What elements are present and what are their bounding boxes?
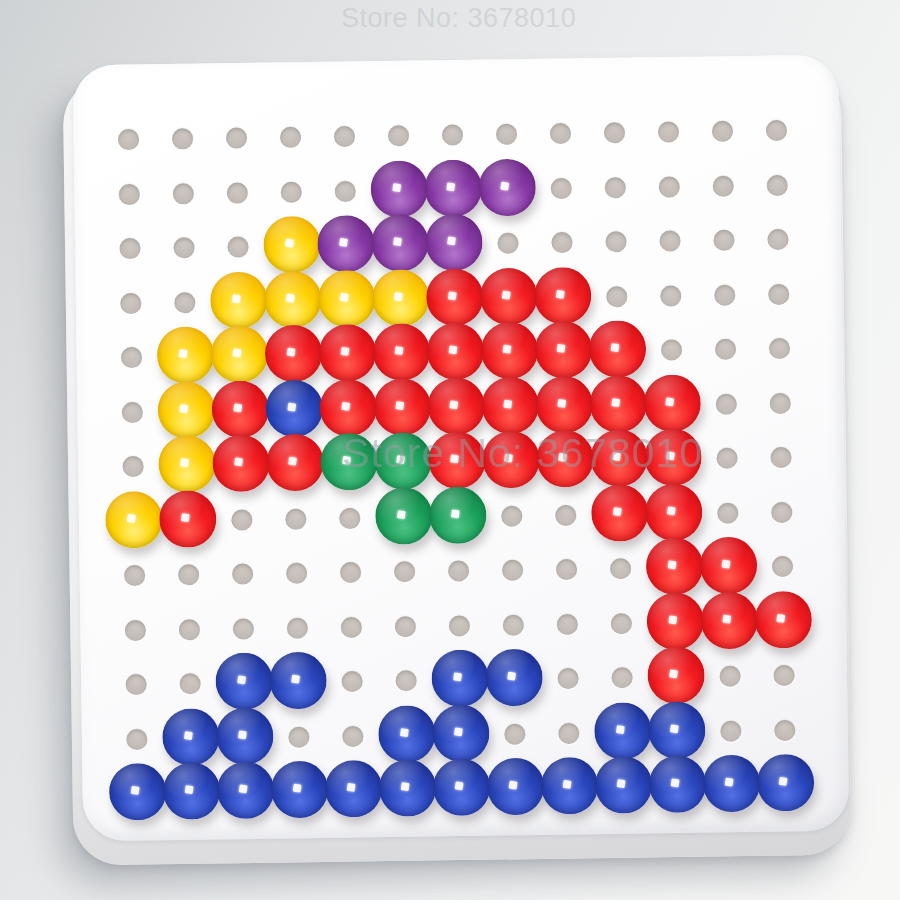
empty-hole xyxy=(551,178,572,199)
red-peg xyxy=(700,591,758,649)
board-cell xyxy=(486,597,541,652)
empty-hole xyxy=(719,666,740,687)
board-cell xyxy=(161,547,216,602)
yellow-peg xyxy=(157,326,215,384)
empty-hole xyxy=(395,670,416,691)
board-cell xyxy=(160,438,215,493)
red-peg xyxy=(535,376,593,434)
board-cell xyxy=(426,162,481,217)
board-cell xyxy=(104,330,159,385)
red-peg xyxy=(319,324,377,382)
board-cell xyxy=(594,596,649,651)
blue-peg xyxy=(378,705,436,763)
board-cell xyxy=(695,104,750,159)
red-peg xyxy=(754,591,812,649)
empty-hole xyxy=(770,447,791,468)
board-cell xyxy=(754,430,809,485)
board-cell xyxy=(432,598,487,653)
empty-hole xyxy=(281,181,302,202)
empty-hole xyxy=(233,618,254,639)
red-peg xyxy=(645,483,703,541)
red-peg xyxy=(319,379,377,437)
blue-peg xyxy=(432,704,490,762)
board-cell xyxy=(703,703,758,758)
empty-hole xyxy=(227,237,248,258)
empty-hole xyxy=(335,181,356,202)
board-cell xyxy=(216,601,271,656)
board-cell xyxy=(218,765,273,820)
empty-hole xyxy=(388,125,409,146)
empty-hole xyxy=(558,723,579,744)
photo-background: Store No: 3678010 Store No: 3678010 xyxy=(0,0,900,900)
red-peg xyxy=(589,320,647,378)
board-cell xyxy=(756,594,811,649)
board-cell xyxy=(641,105,696,160)
board-cell xyxy=(107,548,162,603)
board-cell xyxy=(642,159,697,214)
empty-hole xyxy=(556,559,577,580)
empty-hole xyxy=(771,502,792,523)
red-peg xyxy=(266,434,324,492)
empty-hole xyxy=(716,448,737,469)
board-cell xyxy=(650,759,705,814)
board-cell xyxy=(698,322,753,377)
blue-peg xyxy=(109,763,167,821)
empty-hole xyxy=(342,726,363,747)
board-cell xyxy=(107,494,162,549)
board-cell xyxy=(110,712,165,767)
board-cell xyxy=(751,267,806,322)
board-cell xyxy=(539,542,594,597)
red-peg xyxy=(211,380,269,438)
board-cell xyxy=(431,544,486,599)
board-cell xyxy=(265,273,320,328)
blue-peg xyxy=(487,758,545,816)
board-cell xyxy=(270,600,325,655)
board-cell xyxy=(592,487,647,542)
board-cell xyxy=(268,491,323,546)
red-peg xyxy=(646,592,704,650)
purple-peg xyxy=(371,214,429,272)
blue-peg xyxy=(541,757,599,815)
board-cell xyxy=(317,109,372,164)
blue-peg xyxy=(271,761,329,819)
board-cell xyxy=(701,540,756,595)
empty-hole xyxy=(340,562,361,583)
board-cell xyxy=(164,711,219,766)
board-cell xyxy=(162,602,217,657)
yellow-peg xyxy=(105,491,163,549)
red-peg xyxy=(535,321,593,379)
empty-hole xyxy=(555,505,576,526)
board-cell xyxy=(160,493,215,548)
empty-hole xyxy=(286,563,307,584)
board-cell xyxy=(326,763,381,818)
board-cell xyxy=(488,761,543,816)
board-cell xyxy=(533,106,588,161)
empty-hole xyxy=(720,720,741,741)
board-cell xyxy=(215,547,270,602)
board-cell xyxy=(535,270,590,325)
board-cell xyxy=(429,380,484,435)
empty-hole xyxy=(660,285,681,306)
board-cell xyxy=(323,545,378,600)
empty-hole xyxy=(448,561,469,582)
board-cell xyxy=(646,486,701,541)
empty-hole xyxy=(119,184,140,205)
board-cell xyxy=(593,541,648,596)
board-cell xyxy=(371,108,426,163)
board-cell xyxy=(106,439,161,494)
red-peg xyxy=(481,322,539,380)
yellow-peg xyxy=(210,271,268,329)
board-cell xyxy=(158,329,213,384)
board-cell xyxy=(212,329,267,384)
purple-peg xyxy=(424,159,482,217)
board-cell xyxy=(644,323,699,378)
board-cell xyxy=(378,599,433,654)
blue-peg xyxy=(325,760,383,818)
board-cell xyxy=(103,221,158,276)
yellow-peg xyxy=(263,216,321,274)
yellow-peg xyxy=(211,326,269,384)
empty-hole xyxy=(180,673,201,694)
board-cell xyxy=(535,215,590,270)
board-cell xyxy=(588,160,643,215)
board-cell xyxy=(487,652,542,707)
board-cell xyxy=(103,276,158,331)
board-cell xyxy=(268,437,323,492)
empty-hole xyxy=(551,232,572,253)
board-cell xyxy=(163,656,218,711)
board-cell xyxy=(375,381,430,436)
red-peg xyxy=(480,267,538,325)
empty-hole xyxy=(125,620,146,641)
board-cell xyxy=(648,595,703,650)
board-cell xyxy=(702,594,757,649)
empty-hole xyxy=(496,124,517,145)
board-cell xyxy=(482,325,537,380)
board-cell xyxy=(697,267,752,322)
board-cell xyxy=(373,272,428,327)
board-cell xyxy=(159,384,214,439)
red-peg xyxy=(427,377,485,435)
board-cell xyxy=(214,492,269,547)
empty-hole xyxy=(122,402,143,423)
board-cell xyxy=(218,710,273,765)
board-cell xyxy=(430,489,485,544)
board-cell xyxy=(484,488,539,543)
board-cell xyxy=(645,377,700,432)
board-cell xyxy=(751,212,806,267)
green-peg xyxy=(429,486,487,544)
empty-hole xyxy=(280,127,301,148)
empty-hole xyxy=(226,128,247,149)
blue-peg xyxy=(703,755,761,813)
board-cell xyxy=(752,321,807,376)
empty-hole xyxy=(715,339,736,360)
empty-hole xyxy=(605,231,626,252)
empty-hole xyxy=(449,615,470,636)
empty-hole xyxy=(502,560,523,581)
board-cell xyxy=(374,326,429,381)
empty-hole xyxy=(395,616,416,637)
empty-hole xyxy=(287,617,308,638)
board-cell xyxy=(595,650,650,705)
blue-peg xyxy=(431,650,489,708)
green-peg xyxy=(375,487,433,545)
board-cell xyxy=(267,382,322,437)
board-cell xyxy=(481,270,536,325)
yellow-peg xyxy=(264,270,322,328)
board-cell xyxy=(700,485,755,540)
board-cell xyxy=(428,326,483,381)
empty-hole xyxy=(120,293,141,314)
red-peg xyxy=(589,375,647,433)
board-cell xyxy=(643,214,698,269)
board-cell xyxy=(427,217,482,272)
empty-hole xyxy=(126,674,147,695)
empty-hole xyxy=(557,668,578,689)
empty-hole xyxy=(339,508,360,529)
board-cell xyxy=(757,648,812,703)
empty-hole xyxy=(773,665,794,686)
yellow-peg xyxy=(158,435,216,493)
board-cell xyxy=(266,328,321,383)
board-cell xyxy=(272,764,327,819)
empty-hole xyxy=(118,129,139,150)
empty-hole xyxy=(550,123,571,144)
board-cell xyxy=(318,164,373,219)
empty-hole xyxy=(122,456,143,477)
board-cell xyxy=(210,165,265,220)
red-peg xyxy=(373,323,431,381)
board-cell xyxy=(753,376,808,431)
board-cell xyxy=(536,324,591,379)
blue-peg xyxy=(217,762,275,820)
blue-peg xyxy=(215,653,273,711)
red-peg xyxy=(426,268,484,326)
board-cell xyxy=(750,158,805,213)
board-cell xyxy=(537,379,592,434)
blue-peg xyxy=(162,708,220,766)
empty-hole xyxy=(174,292,195,313)
yellow-peg xyxy=(157,381,215,439)
empty-hole xyxy=(179,619,200,640)
board-cell xyxy=(214,438,269,493)
blue-peg xyxy=(269,652,327,710)
board-cell xyxy=(538,488,593,543)
board-cell xyxy=(217,656,272,711)
watermark-center: Store No: 3678010 xyxy=(342,430,703,477)
board-cell xyxy=(541,651,596,706)
empty-hole xyxy=(227,182,248,203)
board-cell xyxy=(156,166,211,221)
board-cell xyxy=(326,709,381,764)
empty-hole xyxy=(121,347,142,368)
board-cell xyxy=(587,105,642,160)
board-cell xyxy=(649,650,704,705)
purple-peg xyxy=(425,214,483,272)
board-cell xyxy=(481,216,536,271)
blue-peg xyxy=(433,759,491,817)
red-peg xyxy=(643,374,701,432)
empty-hole xyxy=(394,561,415,582)
empty-hole xyxy=(173,183,194,204)
empty-hole xyxy=(713,175,734,196)
empty-hole xyxy=(232,564,253,585)
board-cell xyxy=(155,111,210,166)
board-cell xyxy=(589,214,644,269)
board-cell xyxy=(265,219,320,274)
empty-hole xyxy=(172,128,193,149)
red-peg xyxy=(700,537,758,595)
blue-peg xyxy=(163,762,221,820)
board-cell xyxy=(485,543,540,598)
board-cell xyxy=(324,600,379,655)
empty-hole xyxy=(611,613,632,634)
empty-hole xyxy=(767,175,788,196)
board-cell xyxy=(377,544,432,599)
empty-hole xyxy=(606,286,627,307)
board-cell xyxy=(110,766,165,821)
board-cell xyxy=(321,382,376,437)
blue-peg xyxy=(757,754,815,812)
board-cell xyxy=(425,108,480,163)
board-cell xyxy=(325,654,380,709)
board-cell xyxy=(480,161,535,216)
blue-peg xyxy=(485,649,543,707)
board-cell xyxy=(164,765,219,820)
board-cell xyxy=(758,757,813,812)
board-cell xyxy=(649,704,704,759)
yellow-peg xyxy=(318,270,376,328)
board-cell xyxy=(754,485,809,540)
board-cell xyxy=(211,274,266,329)
board-cell xyxy=(319,218,374,273)
empty-hole xyxy=(503,614,524,635)
board-cell xyxy=(434,762,489,817)
board-cell xyxy=(434,707,489,762)
board-cell xyxy=(699,376,754,431)
empty-hole xyxy=(772,556,793,577)
board-cell xyxy=(643,268,698,323)
blue-peg xyxy=(648,701,706,759)
board-cell xyxy=(101,112,156,167)
blue-peg xyxy=(594,702,652,760)
empty-hole xyxy=(712,121,733,142)
purple-peg xyxy=(317,215,375,273)
empty-hole xyxy=(605,177,626,198)
red-peg xyxy=(591,484,649,542)
board-cell xyxy=(540,597,595,652)
board-cell xyxy=(209,111,264,166)
empty-hole xyxy=(126,729,147,750)
board-cell xyxy=(213,383,268,438)
watermark-top: Store No: 3678010 xyxy=(341,3,576,34)
board-cell xyxy=(757,703,812,758)
board-cell xyxy=(596,759,651,814)
red-peg xyxy=(212,435,270,493)
empty-hole xyxy=(231,509,252,530)
board-cell xyxy=(319,273,374,328)
empty-hole xyxy=(661,340,682,361)
board-cell xyxy=(102,167,157,222)
empty-hole xyxy=(714,284,735,305)
empty-hole xyxy=(717,502,738,523)
red-peg xyxy=(373,378,431,436)
empty-hole xyxy=(334,126,355,147)
board-cell xyxy=(380,762,435,817)
empty-hole xyxy=(659,231,680,252)
board-cell xyxy=(269,546,324,601)
board-cell xyxy=(542,760,597,815)
board-cell xyxy=(109,657,164,712)
purple-peg xyxy=(478,158,536,216)
empty-hole xyxy=(341,617,362,638)
empty-hole xyxy=(124,565,145,586)
board-cell xyxy=(591,378,646,433)
empty-hole xyxy=(119,238,140,259)
board-cell xyxy=(372,163,427,218)
board-cell xyxy=(433,653,488,708)
red-peg xyxy=(534,267,592,325)
board-cell xyxy=(697,213,752,268)
board-cell xyxy=(211,220,266,275)
empty-hole xyxy=(766,120,787,141)
empty-hole xyxy=(716,393,737,414)
board-cell xyxy=(322,491,377,546)
blue-peg xyxy=(595,756,653,814)
empty-hole xyxy=(770,393,791,414)
red-peg xyxy=(427,323,485,381)
empty-hole xyxy=(557,614,578,635)
board-cell xyxy=(479,107,534,162)
empty-hole xyxy=(769,338,790,359)
board-cell xyxy=(700,431,755,486)
red-peg xyxy=(646,538,704,596)
yellow-peg xyxy=(372,269,430,327)
red-peg xyxy=(265,325,323,383)
empty-hole xyxy=(285,508,306,529)
board-cell xyxy=(320,327,375,382)
board-cell xyxy=(427,271,482,326)
board-cell xyxy=(488,706,543,761)
board-cell xyxy=(108,603,163,658)
blue-peg xyxy=(649,756,707,814)
board-cell xyxy=(589,269,644,324)
empty-hole xyxy=(768,284,789,305)
board-cell xyxy=(379,653,434,708)
empty-hole xyxy=(774,720,795,741)
board-cell xyxy=(704,758,759,813)
blue-peg xyxy=(265,379,323,437)
empty-hole xyxy=(658,122,679,143)
board-cell xyxy=(263,110,318,165)
empty-hole xyxy=(497,233,518,254)
board-cell xyxy=(703,649,758,704)
board-cell xyxy=(534,161,589,216)
blue-peg xyxy=(379,759,437,817)
empty-hole xyxy=(504,723,525,744)
empty-hole xyxy=(288,726,309,747)
board-cell xyxy=(755,539,810,594)
empty-hole xyxy=(713,230,734,251)
board-cell xyxy=(483,379,538,434)
board-cell xyxy=(376,490,431,545)
red-peg xyxy=(481,376,539,434)
board-cell xyxy=(105,385,160,440)
